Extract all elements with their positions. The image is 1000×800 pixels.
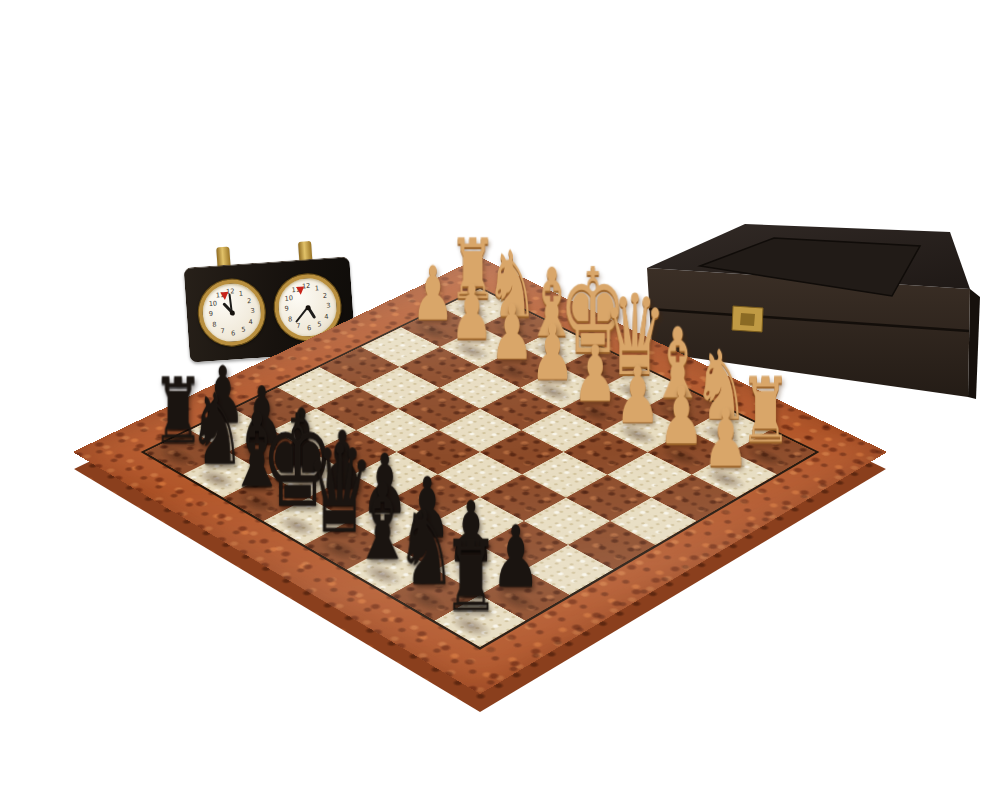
dial-numeral: 4 bbox=[248, 318, 253, 325]
clock-flag bbox=[220, 292, 229, 301]
square-a8[interactable]: ♜ bbox=[435, 595, 526, 647]
dial-numeral: 5 bbox=[241, 327, 246, 334]
hand-cap bbox=[229, 310, 234, 315]
scene: 121234567891011 121234567891011 ♜♞♝♚♛♝♞♜… bbox=[0, 0, 1000, 800]
hand-cap bbox=[305, 305, 310, 310]
white-pawn[interactable]: ♟ bbox=[668, 398, 784, 478]
dial-numeral: 6 bbox=[231, 330, 236, 337]
dial-numeral: 7 bbox=[296, 323, 301, 330]
dial-numeral: 9 bbox=[209, 311, 214, 318]
clock-flag bbox=[296, 287, 305, 296]
dial-numeral: 10 bbox=[284, 295, 293, 302]
dial-numeral: 3 bbox=[326, 302, 331, 309]
dial-numeral: 8 bbox=[288, 316, 293, 323]
dial-numeral: 2 bbox=[247, 297, 252, 304]
clock-dial-left: 121234567891011 bbox=[197, 277, 267, 347]
dial-numeral: 10 bbox=[209, 300, 218, 307]
dial-numeral: 6 bbox=[307, 325, 312, 332]
dial-numeral: 4 bbox=[324, 313, 329, 320]
dial-numeral: 2 bbox=[323, 292, 328, 299]
dial-numeral: 1 bbox=[239, 290, 244, 297]
black-rook[interactable]: ♜ bbox=[409, 528, 534, 625]
dial-numeral: 5 bbox=[317, 321, 322, 328]
box-clasp-recess bbox=[740, 313, 755, 326]
dial-numeral: 8 bbox=[212, 321, 217, 328]
dial-numeral: 9 bbox=[284, 305, 289, 312]
dial-numeral: 1 bbox=[315, 285, 320, 292]
box-right-side bbox=[968, 289, 980, 399]
dial-numeral: 3 bbox=[250, 308, 255, 315]
dial-numeral: 7 bbox=[220, 328, 225, 335]
